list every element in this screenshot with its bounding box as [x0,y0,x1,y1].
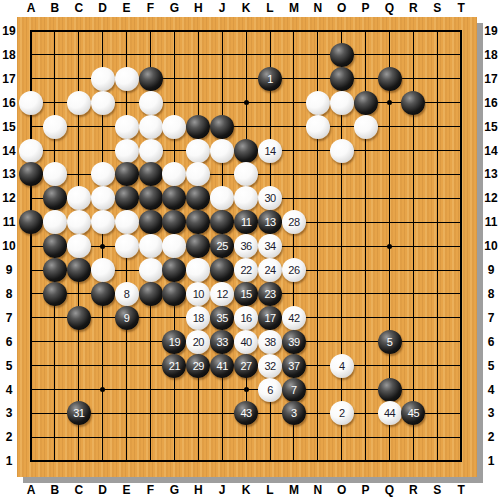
white-stone[interactable] [115,67,139,91]
star-point [100,244,105,249]
white-stone[interactable] [139,91,163,115]
row-label-left: 6 [0,335,20,349]
column-label-bottom: C [68,483,90,497]
column-label-bottom: H [187,483,209,497]
black-stone[interactable]: 5 [378,330,402,354]
row-label-right: 4 [480,383,500,397]
row-label-left: 5 [0,359,20,373]
row-label-right: 8 [480,287,500,301]
column-label-bottom: G [163,483,185,497]
white-stone[interactable] [162,115,186,139]
star-point [387,244,392,249]
grid-line-horizontal [30,460,462,462]
white-stone[interactable] [91,258,115,282]
black-stone[interactable] [43,282,67,306]
white-stone[interactable] [139,258,163,282]
column-label-bottom: R [402,483,424,497]
column-label-top: O [331,1,353,15]
black-stone[interactable] [139,186,163,210]
row-label-left: 18 [0,48,20,62]
column-label-top: C [68,1,90,15]
go-diagram-page: 1143011132825363422242681012152391835161… [0,0,500,500]
black-stone[interactable]: 29 [186,354,210,378]
white-stone[interactable]: 32 [258,354,282,378]
white-stone[interactable] [67,186,91,210]
white-stone[interactable]: 4 [330,354,354,378]
row-label-right: 11 [480,215,500,229]
black-stone[interactable]: 7 [282,378,306,402]
black-stone[interactable]: 37 [282,354,306,378]
white-stone[interactable] [139,234,163,258]
row-label-right: 19 [480,24,500,38]
row-label-left: 13 [0,167,20,181]
white-stone[interactable] [91,186,115,210]
black-stone[interactable] [91,282,115,306]
black-stone[interactable]: 17 [258,306,282,330]
white-stone[interactable]: 24 [258,258,282,282]
white-stone[interactable]: 26 [282,258,306,282]
white-stone[interactable]: 38 [258,330,282,354]
white-stone[interactable] [210,139,234,163]
white-stone[interactable]: 6 [258,378,282,402]
column-label-bottom: A [20,483,42,497]
white-stone[interactable] [43,210,67,234]
column-label-bottom: K [235,483,257,497]
black-stone[interactable] [186,115,210,139]
column-label-bottom: T [450,483,472,497]
row-label-left: 15 [0,120,20,134]
row-label-right: 13 [480,167,500,181]
row-label-left: 1 [0,454,20,468]
column-label-top: B [44,1,66,15]
star-point [244,100,249,105]
row-label-left: 12 [0,191,20,205]
white-stone[interactable]: 40 [234,330,258,354]
column-label-bottom: J [211,483,233,497]
white-stone[interactable] [115,139,139,163]
row-label-right: 16 [480,96,500,110]
black-stone[interactable] [234,139,258,163]
row-label-left: 10 [0,239,20,253]
white-stone[interactable]: 22 [234,258,258,282]
black-stone[interactable]: 39 [282,330,306,354]
column-label-top: E [116,1,138,15]
star-point [244,387,249,392]
white-stone[interactable] [91,91,115,115]
black-stone[interactable] [210,258,234,282]
column-label-top: N [307,1,329,15]
row-label-right: 6 [480,335,500,349]
row-label-right: 2 [480,430,500,444]
column-label-bottom: Q [379,483,401,497]
white-stone[interactable] [139,115,163,139]
black-stone[interactable]: 21 [162,354,186,378]
white-stone[interactable] [43,115,67,139]
black-stone[interactable] [378,67,402,91]
black-stone[interactable] [67,306,91,330]
row-label-right: 10 [480,239,500,253]
row-label-right: 15 [480,120,500,134]
black-stone[interactable]: 1 [258,67,282,91]
black-stone[interactable] [139,282,163,306]
black-stone[interactable] [115,186,139,210]
column-label-bottom: F [140,483,162,497]
white-stone[interactable]: 44 [378,401,402,425]
row-label-left: 17 [0,72,20,86]
row-label-left: 16 [0,96,20,110]
column-label-top: T [450,1,472,15]
row-label-left: 4 [0,383,20,397]
white-stone[interactable] [67,91,91,115]
column-label-top: J [211,1,233,15]
column-label-bottom: S [426,483,448,497]
row-label-right: 17 [480,72,500,86]
black-stone[interactable]: 35 [210,306,234,330]
black-stone[interactable] [139,67,163,91]
row-label-right: 9 [480,263,500,277]
white-stone[interactable] [91,67,115,91]
white-stone[interactable] [19,139,43,163]
column-label-bottom: M [283,483,305,497]
black-stone[interactable]: 41 [210,354,234,378]
black-stone[interactable] [115,162,139,186]
row-label-left: 8 [0,287,20,301]
white-stone[interactable] [330,139,354,163]
column-label-top: P [355,1,377,15]
white-stone[interactable]: 36 [234,234,258,258]
column-label-bottom: N [307,483,329,497]
black-stone[interactable] [67,258,91,282]
grid-line-vertical [437,30,438,462]
column-label-bottom: D [92,483,114,497]
white-stone[interactable] [306,115,330,139]
row-label-left: 9 [0,263,20,277]
black-stone[interactable] [330,67,354,91]
black-stone[interactable]: 13 [258,210,282,234]
column-label-bottom: B [44,483,66,497]
row-label-left: 19 [0,24,20,38]
black-stone[interactable] [401,91,425,115]
column-label-top: M [283,1,305,15]
black-stone[interactable] [139,210,163,234]
row-label-right: 1 [480,454,500,468]
white-stone[interactable] [330,91,354,115]
white-stone[interactable] [354,115,378,139]
white-stone[interactable]: 12 [210,282,234,306]
grid-line-vertical [460,30,462,462]
white-stone[interactable] [186,139,210,163]
black-stone[interactable] [139,162,163,186]
column-label-top: S [426,1,448,15]
row-label-right: 14 [480,144,500,158]
row-label-right: 12 [480,191,500,205]
white-stone[interactable]: 8 [115,282,139,306]
white-stone[interactable] [115,234,139,258]
row-label-right: 5 [480,359,500,373]
white-stone[interactable] [306,91,330,115]
white-stone[interactable] [115,210,139,234]
column-label-bottom: L [259,483,281,497]
black-stone[interactable] [43,234,67,258]
row-label-left: 3 [0,406,20,420]
white-stone[interactable]: 42 [282,306,306,330]
white-stone[interactable] [67,210,91,234]
column-label-top: L [259,1,281,15]
row-label-left: 2 [0,430,20,444]
white-stone[interactable]: 18 [186,306,210,330]
column-label-top: Q [379,1,401,15]
row-label-right: 18 [480,48,500,62]
black-stone[interactable]: 27 [234,354,258,378]
black-stone[interactable] [378,378,402,402]
column-label-bottom: E [116,483,138,497]
black-stone[interactable]: 23 [258,282,282,306]
column-label-bottom: P [355,483,377,497]
column-label-top: R [402,1,424,15]
column-label-top: D [92,1,114,15]
white-stone[interactable]: 34 [258,234,282,258]
column-label-bottom: O [331,483,353,497]
row-label-left: 14 [0,144,20,158]
row-label-left: 11 [0,215,20,229]
white-stone[interactable]: 16 [234,306,258,330]
black-stone[interactable]: 15 [234,282,258,306]
column-label-top: F [140,1,162,15]
white-stone[interactable] [91,162,115,186]
white-stone[interactable]: 14 [258,139,282,163]
black-stone[interactable] [43,258,67,282]
black-stone[interactable]: 9 [115,306,139,330]
black-stone[interactable] [210,115,234,139]
black-stone[interactable] [330,43,354,67]
black-stone[interactable]: 19 [162,330,186,354]
column-label-top: G [163,1,185,15]
column-label-top: K [235,1,257,15]
white-stone[interactable] [115,115,139,139]
column-label-top: H [187,1,209,15]
column-label-top: A [20,1,42,15]
black-stone[interactable] [19,210,43,234]
black-stone[interactable] [354,91,378,115]
white-stone[interactable] [91,210,115,234]
white-stone[interactable] [19,91,43,115]
white-stone[interactable] [139,139,163,163]
white-stone[interactable]: 20 [186,330,210,354]
row-label-right: 7 [480,311,500,325]
white-stone[interactable]: 28 [282,210,306,234]
white-stone[interactable] [67,234,91,258]
grid-line-horizontal [30,437,462,438]
row-label-left: 7 [0,311,20,325]
black-stone[interactable]: 33 [210,330,234,354]
row-label-right: 3 [480,406,500,420]
white-stone[interactable]: 2 [330,401,354,425]
